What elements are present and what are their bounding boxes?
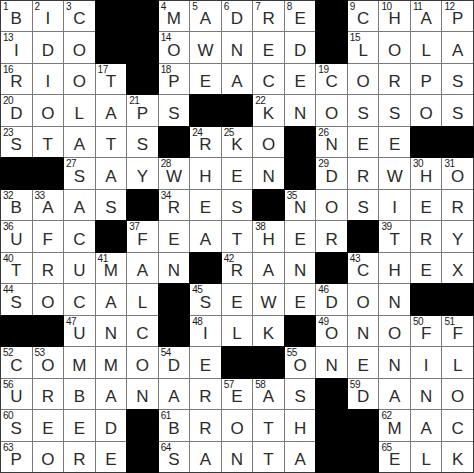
clue-number: 6 [224,1,229,12]
cell-r12c7[interactable]: E [190,347,221,377]
cell-r2c1[interactable]: 13I [1,32,32,62]
cell-r4c15[interactable]: S [442,95,473,125]
clue-number: 49 [318,316,328,327]
cell-r13c15[interactable]: O [442,379,473,409]
cell-r4c6[interactable]: S [159,95,190,125]
cell-r5c1[interactable]: 23S [1,127,32,157]
cell-letter: E [294,293,305,315]
cell-r3c3[interactable]: O [64,64,95,94]
cell-r13c7[interactable]: R [190,379,221,409]
clue-number: 46 [318,284,328,295]
cell-letter: A [231,72,242,94]
cell-r6c13[interactable]: W [379,158,410,188]
cell-letter: N [294,261,306,283]
cell-letter: A [105,293,116,315]
cell-r10c8[interactable]: E [222,284,253,314]
cell-letter: A [263,387,274,409]
cell-r1c2[interactable]: 2I [33,1,64,31]
cell-r9c9[interactable]: A [253,253,284,283]
cell-letter: C [357,261,369,283]
cell-letter: C [73,230,85,252]
cell-r14c6[interactable]: 61B [159,410,190,440]
cell-r10c3[interactable]: C [64,284,95,314]
cell-r1c14[interactable]: 11A [411,1,442,31]
cell-r8c12-block [348,221,379,251]
cell-r5c7[interactable]: 24R [190,127,221,157]
cell-r9c6[interactable]: N [159,253,190,283]
clue-number: 51 [444,316,454,327]
cell-r12c12[interactable]: E [348,347,379,377]
cell-letter: K [452,450,463,472]
cell-letter: A [74,135,85,157]
cell-r11c3[interactable]: 47U [64,316,95,346]
cell-r12c2[interactable]: 53O [33,347,64,377]
cell-r9c10[interactable]: N [285,253,316,283]
cell-r11c15[interactable]: 51F [442,316,473,346]
cell-r11c11[interactable]: 49O [316,316,347,346]
cell-r3c12[interactable]: O [348,64,379,94]
cell-r6c4[interactable]: A [96,158,127,188]
cell-r7c8[interactable]: S [222,190,253,220]
cell-r15c15[interactable]: K [442,442,473,472]
cell-r9c2[interactable]: R [33,253,64,283]
cell-r12c3[interactable]: M [64,347,95,377]
cell-letter: A [74,198,85,220]
clue-number: 28 [161,158,171,169]
cell-letter: I [424,356,429,378]
cell-r12c6[interactable]: 54D [159,347,190,377]
cell-r11c8[interactable]: L [222,316,253,346]
cell-letter: U [10,230,22,252]
cell-r10c1[interactable]: 44S [1,284,32,314]
cell-r3c9[interactable]: C [253,64,284,94]
cell-letter: C [452,419,464,441]
cell-r7c1[interactable]: 32B [1,190,32,220]
cell-r12c14[interactable]: I [411,347,442,377]
clue-number: 3 [66,1,71,12]
cell-letter: A [105,104,116,126]
cell-letter: N [231,41,243,63]
cell-r4c12[interactable]: S [348,95,379,125]
cell-r2c6[interactable]: 14O [159,32,190,62]
cell-letter: O [451,387,464,409]
cell-r4c9[interactable]: 22K [253,95,284,125]
cell-r7c6[interactable]: 34R [159,190,190,220]
cell-letter: B [11,198,22,220]
cell-r2c7[interactable]: W [190,32,221,62]
cell-r9c4[interactable]: 41M [96,253,127,283]
clue-number: 10 [381,1,391,12]
cell-r14c11-block [316,410,347,440]
cell-r2c15[interactable]: A [442,32,473,62]
cell-r6c7[interactable]: H [190,158,221,188]
cell-letter: A [105,167,116,189]
cell-r9c13[interactable]: H [379,253,410,283]
cell-r3c10[interactable]: E [285,64,316,94]
cell-letter: E [231,293,242,315]
clue-number: 17 [98,64,108,75]
clue-number: 54 [161,347,171,358]
cell-r5c11[interactable]: 26N [316,127,347,157]
cell-r10c4[interactable]: A [96,284,127,314]
cell-r14c1[interactable]: 60S [1,410,32,440]
cell-r6c10-block [285,158,316,188]
cell-r13c3[interactable]: B [64,379,95,409]
clue-number: 21 [129,95,139,106]
cell-r14c8[interactable]: O [222,410,253,440]
cell-r8c1[interactable]: 36U [1,221,32,251]
cell-r6c15[interactable]: 31O [442,158,473,188]
cell-r13c13[interactable]: A [379,379,410,409]
clue-number: 12 [444,1,454,12]
cell-r14c14[interactable]: A [411,410,442,440]
cell-r9c15[interactable]: X [442,253,473,283]
cell-r11c9[interactable]: K [253,316,284,346]
cell-r2c9[interactable]: E [253,32,284,62]
cell-r5c2[interactable]: T [33,127,64,157]
cell-letter: O [136,356,149,378]
cell-r1c3[interactable]: 3C [64,1,95,31]
cell-r14c3[interactable]: E [64,410,95,440]
cell-letter: O [41,104,54,126]
cell-letter: H [389,261,401,283]
cell-r4c5[interactable]: 21P [127,95,158,125]
cell-r2c4-block [96,32,127,62]
cell-letter: R [42,387,54,409]
clue-number: 42 [224,253,234,264]
cell-r14c2[interactable]: E [33,410,64,440]
cell-letter: C [357,9,369,31]
cell-r10c13[interactable]: N [379,284,410,314]
cell-r2c8[interactable]: N [222,32,253,62]
cell-r9c1[interactable]: 40T [1,253,32,283]
cell-r11c12[interactable]: N [348,316,379,346]
cell-r15c1[interactable]: 63P [1,442,32,472]
clue-number: 16 [3,64,13,75]
cell-r7c2[interactable]: 33A [33,190,64,220]
cell-r3c11[interactable]: 19C [316,64,347,94]
cell-r3c15[interactable]: S [442,64,473,94]
cell-r7c9-block [253,190,284,220]
cell-letter: S [452,72,463,94]
cell-letter: R [199,387,211,409]
cell-letter: I [45,72,50,94]
cell-r4c13[interactable]: S [379,95,410,125]
cell-r7c11[interactable]: O [316,190,347,220]
clue-number: 1 [3,1,8,12]
cell-r11c14[interactable]: 50F [411,316,442,346]
cell-letter: O [41,356,54,378]
cell-r4c11[interactable]: O [316,95,347,125]
cell-r2c13[interactable]: O [379,32,410,62]
cell-r7c10[interactable]: 35N [285,190,316,220]
cell-r2c3[interactable]: O [64,32,95,62]
cell-r3c14[interactable]: P [411,64,442,94]
cell-r13c6[interactable]: A [159,379,190,409]
cell-letter: R [420,230,432,252]
cell-letter: X [452,261,463,283]
clue-number: 34 [161,190,171,201]
cell-letter: D [357,387,369,409]
cell-letter: E [421,261,432,283]
cell-r5c3[interactable]: A [64,127,95,157]
cell-r11c4[interactable]: N [96,316,127,346]
cell-r9c11-block [316,253,347,283]
cell-r4c4[interactable]: A [96,95,127,125]
cell-r4c14[interactable]: O [411,95,442,125]
cell-r4c8-block [222,95,253,125]
cell-r13c2[interactable]: R [33,379,64,409]
cell-r3c7[interactable]: E [190,64,221,94]
cell-r5c15-block [442,127,473,157]
cell-letter: S [389,104,400,126]
cell-r6c14[interactable]: 30H [411,158,442,188]
cell-r6c11[interactable]: 29D [316,158,347,188]
cell-letter: S [74,167,85,189]
cell-letter: S [11,135,22,157]
cell-letter: N [294,198,306,220]
cell-r2c2[interactable]: D [33,32,64,62]
cell-r14c5-block [127,410,158,440]
cell-r15c8[interactable]: N [222,442,253,472]
cell-letter: O [325,324,338,346]
clue-number: 40 [3,253,13,264]
clue-number: 60 [3,410,13,421]
cell-r3c1[interactable]: 16R [1,64,32,94]
cell-r13c14[interactable]: N [411,379,442,409]
cell-letter: O [230,419,243,441]
cell-letter: O [357,293,370,315]
cell-r8c2[interactable]: F [33,221,64,251]
cell-r10c7[interactable]: 45S [190,284,221,314]
clue-number: 32 [3,190,13,201]
cell-r7c4[interactable]: S [96,190,127,220]
cell-r11c7[interactable]: 48I [190,316,221,346]
clue-number: 30 [413,158,423,169]
cell-letter: E [357,135,368,157]
cell-r3c4[interactable]: 17T [96,64,127,94]
cell-r14c13[interactable]: 62M [379,410,410,440]
cell-r2c14[interactable]: L [411,32,442,62]
cell-r6c12[interactable]: R [348,158,379,188]
cell-r15c2[interactable]: O [33,442,64,472]
cell-letter: N [357,324,369,346]
cell-r6c3[interactable]: 27S [64,158,95,188]
cell-letter: O [325,104,338,126]
cell-r12c5[interactable]: O [127,347,158,377]
cell-r8c8[interactable]: T [222,221,253,251]
cell-r15c11-block [316,442,347,472]
cell-r1c12[interactable]: 9C [348,1,379,31]
cell-r7c13[interactable]: I [379,190,410,220]
cell-r12c15[interactable]: L [442,347,473,377]
clue-number: 58 [255,379,265,390]
cell-r1c8[interactable]: 6D [222,1,253,31]
cell-r15c14[interactable]: L [411,442,442,472]
cell-letter: E [200,198,211,220]
cell-r8c13[interactable]: 39T [379,221,410,251]
clue-number: 5 [192,1,197,12]
cell-letter: I [392,198,397,220]
cell-letter: S [105,198,116,220]
cell-letter: L [232,324,241,346]
cell-r13c9[interactable]: 58A [253,379,284,409]
cell-r7c7[interactable]: E [190,190,221,220]
cell-r15c6[interactable]: 64S [159,442,190,472]
cell-r15c13[interactable]: 65E [379,442,410,472]
cell-letter: N [325,356,337,378]
cell-r1c1[interactable]: 1B [1,1,32,31]
cell-letter: A [263,261,274,283]
cell-r6c5[interactable]: Y [127,158,158,188]
cell-r12c4[interactable]: M [96,347,127,377]
cell-r8c11[interactable]: R [316,221,347,251]
cell-letter: S [294,387,305,409]
cell-r3c13[interactable]: R [379,64,410,94]
cell-r2c10[interactable]: D [285,32,316,62]
cell-r8c5[interactable]: 37F [127,221,158,251]
cell-r10c5[interactable]: L [127,284,158,314]
cell-r10c14-block [411,284,442,314]
clue-number: 45 [192,284,202,295]
cell-r3c6[interactable]: 18P [159,64,190,94]
cell-r5c10-block [285,127,316,157]
cell-r7c14[interactable]: E [411,190,442,220]
cell-r14c10[interactable]: H [285,410,316,440]
cell-r12c11[interactable]: N [316,347,347,377]
cell-r5c13[interactable]: E [379,127,410,157]
cell-r13c8[interactable]: 57E [222,379,253,409]
cell-letter: S [11,293,22,315]
cell-r15c10[interactable]: A [285,442,316,472]
cell-letter: H [389,9,401,31]
cell-letter: R [452,198,464,220]
cell-r13c10[interactable]: S [285,379,316,409]
cell-r6c6[interactable]: 28W [159,158,190,188]
cell-letter: O [357,72,370,94]
cell-r6c9[interactable]: N [253,158,284,188]
clue-number: 27 [66,158,76,169]
clue-number: 39 [381,221,391,232]
cell-r5c5[interactable]: S [127,127,158,157]
cell-r12c10[interactable]: 55O [285,347,316,377]
cell-r9c5[interactable]: A [127,253,158,283]
cell-letter: N [389,356,401,378]
cell-letter: S [11,419,22,441]
cell-letter: A [294,450,305,472]
clue-number: 37 [129,221,139,232]
cell-r6c1-block [1,158,32,188]
cell-r9c12[interactable]: 43C [348,253,379,283]
cell-r15c3[interactable]: R [64,442,95,472]
cell-r11c13[interactable]: O [379,316,410,346]
cell-r15c7[interactable]: A [190,442,221,472]
cell-r8c14[interactable]: R [411,221,442,251]
cell-letter: S [452,104,463,126]
cell-letter: E [74,419,85,441]
cell-r6c2-block [33,158,64,188]
cell-r1c9[interactable]: 7R [253,1,284,31]
cell-r15c9[interactable]: T [253,442,284,472]
cell-r10c10[interactable]: E [285,284,316,314]
cell-r7c3[interactable]: A [64,190,95,220]
cell-r14c4[interactable]: D [96,410,127,440]
cell-r14c15[interactable]: C [442,410,473,440]
cell-r5c12[interactable]: E [348,127,379,157]
cell-r15c5-block [127,442,158,472]
cell-r12c13[interactable]: N [379,347,410,377]
cell-r9c14[interactable]: E [411,253,442,283]
clue-number: 24 [192,127,202,138]
cell-r10c9[interactable]: W [253,284,284,314]
cell-r4c2[interactable]: O [33,95,64,125]
cell-r4c1[interactable]: 20D [1,95,32,125]
cell-r1c13[interactable]: 10H [379,1,410,31]
cell-r8c10[interactable]: E [285,221,316,251]
cell-letter: N [294,104,306,126]
cell-r4c10[interactable]: N [285,95,316,125]
cell-letter: A [168,387,179,409]
cell-r8c3[interactable]: C [64,221,95,251]
cell-r8c15[interactable]: Y [442,221,473,251]
cell-letter: S [137,135,148,157]
cell-letter: T [232,230,242,252]
cell-r13c5[interactable]: N [127,379,158,409]
cell-r8c6[interactable]: E [159,221,190,251]
cell-r11c5[interactable]: C [127,316,158,346]
cell-r5c4[interactable]: T [96,127,127,157]
cell-r9c3[interactable]: U [64,253,95,283]
clue-number: 14 [161,32,171,43]
cell-r3c8[interactable]: A [222,64,253,94]
cell-r8c7[interactable]: A [190,221,221,251]
cell-r1c6[interactable]: 4M [159,1,190,31]
cell-r3c2[interactable]: I [33,64,64,94]
cell-r10c2[interactable]: O [33,284,64,314]
cell-r10c11[interactable]: 46D [316,284,347,314]
cell-r13c12[interactable]: 59D [348,379,379,409]
cell-r9c8[interactable]: 42R [222,253,253,283]
cell-letter: R [357,167,369,189]
cell-letter: R [42,261,54,283]
cell-r6c8[interactable]: E [222,158,253,188]
cell-letter: U [73,324,85,346]
cell-r7c12[interactable]: S [348,190,379,220]
cell-r14c9[interactable]: T [253,410,284,440]
cell-r10c12[interactable]: O [348,284,379,314]
cell-r1c7[interactable]: 5A [190,1,221,31]
cell-r13c1[interactable]: 56U [1,379,32,409]
cell-letter: A [137,261,148,283]
cell-r5c8[interactable]: 25K [222,127,253,157]
cell-r4c3[interactable]: L [64,95,95,125]
cell-letter: S [231,198,242,220]
cell-r1c10[interactable]: 8E [285,1,316,31]
cell-r1c15[interactable]: 12P [442,1,473,31]
cell-r15c4[interactable]: E [96,442,127,472]
cell-letter: B [168,419,179,441]
cell-r8c9[interactable]: 38H [253,221,284,251]
cell-r14c7[interactable]: R [190,410,221,440]
cell-r7c15[interactable]: R [442,190,473,220]
cell-r12c1[interactable]: 52C [1,347,32,377]
crossword-board: 1B2I3C4M5A6D7R8E9C10H11A12P13IDO14OWNED1… [0,0,474,473]
cell-r13c4[interactable]: A [96,379,127,409]
cell-r5c9[interactable]: O [253,127,284,157]
cell-letter: Y [452,230,463,252]
cell-letter: E [200,356,211,378]
cell-r2c12[interactable]: 15L [348,32,379,62]
